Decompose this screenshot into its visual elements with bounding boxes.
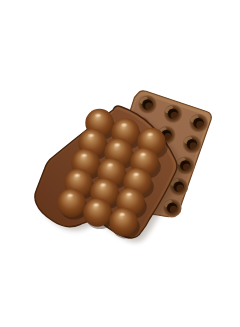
- mold-hole-inner-wall: [176, 185, 183, 192]
- mold-dome-specular-highlight: [133, 172, 140, 177]
- mold-dome-specular-highlight: [114, 143, 121, 148]
- mold-hole-inner-wall: [190, 142, 197, 149]
- mold-hole-inner-wall: [171, 112, 178, 119]
- mold-dome-specular-highlight: [95, 113, 102, 118]
- mold-dome-specular-highlight: [88, 133, 95, 138]
- mold-dome-specular-highlight: [74, 173, 81, 178]
- mold-dome-specular-highlight: [147, 132, 154, 137]
- mold-hole-inner-wall: [196, 121, 203, 128]
- mold-dome-specular-highlight: [121, 123, 128, 128]
- mold-dome-specular-highlight: [107, 163, 114, 168]
- mold-dome: [109, 208, 137, 236]
- mold-dome-specular-highlight: [93, 203, 100, 208]
- mold-dome-specular-highlight: [140, 152, 147, 157]
- chocolate-mold-product-image: [0, 0, 240, 327]
- mold-hole-inner-wall: [145, 102, 152, 109]
- mold-dome: [83, 198, 111, 226]
- product-photo-canvas: [0, 0, 240, 327]
- mold-dome-specular-highlight: [119, 212, 126, 217]
- mold-hole-inner-wall: [170, 206, 177, 213]
- mold-dome-specular-highlight: [81, 153, 88, 158]
- mold-dome: [57, 189, 85, 217]
- mold-dome-specular-highlight: [100, 183, 107, 188]
- mold-dome-specular-highlight: [126, 192, 133, 197]
- mold-dome-specular-highlight: [67, 193, 74, 198]
- mold-hole-inner-wall: [183, 163, 190, 170]
